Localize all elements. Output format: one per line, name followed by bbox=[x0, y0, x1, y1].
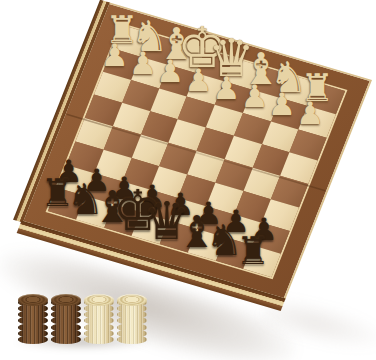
dark-checkers-stack[interactable] bbox=[18, 290, 48, 344]
chess-board: ♜♞♝♚♛♝♞♜♟♟♟♟♟♟♟♟♟♟♟♟♟♟♟♟♜♞♝♚♛♝♞♜ bbox=[21, 2, 372, 300]
light-checkers-stack[interactable] bbox=[84, 290, 114, 344]
product-photo: ♜♞♝♚♛♝♞♜♟♟♟♟♟♟♟♟♟♟♟♟♟♟♟♟♜♞♝♚♛♝♞♜ bbox=[0, 0, 376, 360]
light-checkers-stack[interactable] bbox=[117, 290, 147, 344]
white-pawn[interactable]: ♟ bbox=[240, 81, 268, 112]
white-pawn[interactable]: ♟ bbox=[129, 48, 157, 79]
dark-checker-top-face bbox=[18, 294, 48, 306]
dark-checker-top-face bbox=[51, 294, 81, 306]
white-pawn[interactable]: ♟ bbox=[101, 40, 129, 71]
black-rook[interactable]: ♜ bbox=[236, 232, 270, 270]
white-pawn[interactable]: ♟ bbox=[268, 90, 296, 121]
dark-checkers-stack[interactable] bbox=[51, 290, 81, 344]
white-pawn[interactable]: ♟ bbox=[184, 65, 212, 96]
white-pawn[interactable]: ♟ bbox=[212, 73, 240, 104]
white-pawn[interactable]: ♟ bbox=[296, 98, 324, 129]
light-checker-top-face bbox=[84, 294, 114, 306]
light-checker-top-face bbox=[117, 294, 147, 306]
white-pawn[interactable]: ♟ bbox=[156, 57, 184, 88]
checkers-stacks bbox=[18, 290, 147, 344]
